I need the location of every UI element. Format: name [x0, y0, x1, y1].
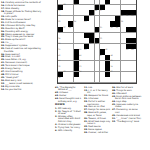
grid-cell[interactable]: [63, 16, 68, 21]
grid-cell[interactable]: [131, 77, 136, 82]
clue-number: 36.: [1, 53, 5, 55]
grid-cell[interactable]: [84, 27, 89, 32]
clue-number: 64.: [55, 97, 59, 99]
grid-cell[interactable]: [84, 38, 89, 43]
cell-number: 58: [58, 77, 60, 79]
clue-item: 45. Japanese motorcycle maker: [112, 103, 142, 108]
grid-cell[interactable]: [121, 61, 126, 66]
cell-number: 20: [121, 15, 123, 17]
cell-number: 41: [84, 49, 86, 51]
grid-cell[interactable]: [63, 77, 68, 82]
grid-cell[interactable]: [95, 0, 100, 4]
grid-cell[interactable]: [95, 21, 100, 26]
grid-cell[interactable]: 44: [131, 49, 136, 54]
grid-cell[interactable]: 38: [95, 44, 100, 49]
cell-number: 15: [58, 10, 60, 12]
clue-number: 43.: [112, 95, 116, 97]
clue-item: 4. Children's storybooks: [55, 123, 82, 125]
cell-number: 25: [84, 21, 86, 23]
grid-cell[interactable]: [105, 77, 110, 82]
cell-number: 19: [90, 15, 92, 17]
clue-number: 35.: [1, 47, 5, 49]
clue-number: 42.: [1, 64, 5, 66]
cell-number: 38: [95, 43, 97, 45]
grid-cell[interactable]: [84, 5, 89, 10]
grid-cell[interactable]: [89, 27, 94, 32]
grid-cell[interactable]: [63, 61, 68, 66]
cell-number: 40: [79, 49, 81, 51]
grid-cell[interactable]: [121, 66, 126, 71]
clue-number: 28.: [1, 33, 5, 35]
clue-item: 6. With intensity: [55, 129, 82, 131]
grid-cell[interactable]: 33: [95, 33, 100, 38]
grid-cell[interactable]: 7: [110, 0, 115, 4]
clue-number: 34.: [1, 44, 5, 46]
grid-cell[interactable]: [115, 55, 120, 60]
grid-cell[interactable]: 8: [115, 0, 120, 4]
grid-cell[interactable]: [121, 33, 126, 38]
across-clues-end: 61. "The Wonderful Wizard of ___"62. Vir…: [55, 86, 82, 102]
clue-number: 54.: [1, 88, 5, 90]
black-square: [131, 27, 136, 32]
grid-cell[interactable]: 26: [121, 21, 126, 26]
grid-cell[interactable]: [68, 16, 73, 21]
grid-cell[interactable]: [95, 72, 100, 77]
grid-cell[interactable]: [79, 10, 84, 15]
clue-number: 31.: [1, 38, 5, 40]
grid-cell[interactable]: [89, 49, 94, 54]
cell-number: 12: [63, 4, 65, 6]
grid-cell[interactable]: [79, 38, 84, 43]
grid-cell[interactable]: [63, 10, 68, 15]
clue-number: 30.: [84, 117, 88, 119]
grid-cell[interactable]: [110, 38, 115, 43]
grid-cell[interactable]: [105, 10, 110, 15]
grid-cell[interactable]: [63, 38, 68, 43]
grid-cell[interactable]: [95, 66, 100, 71]
grid-cell[interactable]: [126, 66, 131, 71]
clue-item: 12. I, V, or X for Henry VIII: [84, 89, 111, 94]
grid-cell[interactable]: [68, 33, 73, 38]
grid-cell[interactable]: [84, 61, 89, 66]
grid-cell[interactable]: 35: [100, 38, 105, 43]
cell-number: 23: [58, 21, 60, 23]
cell-number: 30: [110, 27, 112, 29]
grid-cell[interactable]: [110, 16, 115, 21]
clue-number: 5.: [55, 126, 57, 128]
grid-cell[interactable]: [89, 5, 94, 10]
grid-cell[interactable]: 24: [74, 21, 79, 26]
clue-number: 23.: [84, 100, 88, 102]
clue-number: 16.: [1, 4, 5, 6]
grid-cell[interactable]: 6: [89, 0, 94, 4]
grid-cell[interactable]: 57: [110, 72, 115, 77]
clue-item: 2. Ms. Tequila of "A Shot at Love": [55, 110, 82, 115]
cell-number: 49: [58, 60, 60, 62]
cell-number: 35: [100, 38, 102, 40]
grid-cell[interactable]: [68, 10, 73, 15]
cell-number: 29: [100, 27, 102, 29]
clue-number: 25.: [1, 27, 5, 29]
crossword-grid: 1234567891011121314151617181920212223242…: [57, 0, 137, 84]
cell-number: 31: [116, 27, 118, 29]
cell-number: 36: [58, 43, 60, 45]
grid-cell[interactable]: [126, 55, 131, 60]
grid-cell[interactable]: [68, 44, 73, 49]
cell-number: 52: [58, 66, 60, 68]
grid-cell[interactable]: 11: [131, 0, 136, 4]
cell-number: 22: [131, 15, 133, 17]
cell-number: 21: [126, 15, 128, 17]
grid-cell[interactable]: [100, 77, 105, 82]
clue-item: 64. Send thoughts and a birthday wish, e…: [55, 97, 82, 102]
cell-number: 57: [110, 71, 112, 73]
clue-number: 44.: [112, 100, 116, 102]
grid-cell[interactable]: [115, 38, 120, 43]
grid-cell[interactable]: [95, 77, 100, 82]
grid-cell[interactable]: [68, 66, 73, 71]
down-section-header: DOWN: [55, 103, 82, 106]
clue-number: 49.: [112, 114, 116, 116]
clue-number: 45.: [112, 103, 116, 105]
cell-number: 54: [110, 66, 112, 68]
grid-cell[interactable]: [115, 61, 120, 66]
clue-number: 32.: [84, 125, 88, 127]
grid-cell[interactable]: 58: [58, 77, 63, 82]
clue-number: 27.: [84, 108, 88, 110]
clue-number: 38.: [1, 55, 5, 57]
grid-cell[interactable]: [89, 72, 94, 77]
clue-number: 62.: [55, 91, 59, 93]
clue-number: 45.: [1, 67, 5, 69]
clue-item: 3. Whiskey often associated with Saint P…: [55, 115, 82, 122]
grid-cell[interactable]: [121, 49, 126, 54]
clue-number: 1.: [55, 107, 57, 109]
clue-item: 23. Part of a leather mechanism: [84, 100, 111, 105]
grid-cell[interactable]: [89, 21, 94, 26]
grid-cell[interactable]: [110, 10, 115, 15]
cell-number: 28: [69, 27, 71, 29]
grid-cell[interactable]: [126, 21, 131, 26]
grid-cell[interactable]: [68, 55, 73, 60]
black-square: [105, 66, 110, 71]
cell-number: 56: [79, 71, 81, 73]
cell-number: 46: [79, 55, 81, 57]
clue-item: 14. Carefully examine the contents of: [1, 1, 43, 3]
grid-cell[interactable]: [74, 44, 79, 49]
grid-cell[interactable]: 19: [89, 16, 94, 21]
grid-cell[interactable]: [131, 72, 136, 77]
cell-number: 45: [58, 55, 60, 57]
grid-cell[interactable]: [84, 10, 89, 15]
clue-number: 48.: [1, 73, 5, 75]
grid-cell[interactable]: [115, 77, 120, 82]
grid-cell[interactable]: [63, 44, 68, 49]
grid-cell[interactable]: 4: [79, 0, 84, 4]
grid-cell[interactable]: 42: [105, 49, 110, 54]
grid-cell[interactable]: [68, 49, 73, 54]
black-square: [115, 16, 120, 21]
clue-number: 31.: [84, 120, 88, 122]
grid-cell[interactable]: [68, 72, 73, 77]
grid-cell[interactable]: [74, 77, 79, 82]
grid-cell[interactable]: [121, 5, 126, 10]
grid-cell[interactable]: [131, 55, 136, 60]
grid-cell[interactable]: [126, 77, 131, 82]
clue-number: 41.: [1, 61, 5, 63]
grid-cell[interactable]: [131, 66, 136, 71]
cell-number: 51: [110, 60, 112, 62]
grid-cell[interactable]: [110, 77, 115, 82]
grid-cell[interactable]: [121, 38, 126, 43]
cell-number: 43: [126, 49, 128, 51]
clue-number: 63.: [55, 94, 59, 96]
cell-number: 16: [95, 10, 97, 12]
clue-number: 34.: [84, 131, 88, 133]
grid-cell[interactable]: [115, 10, 120, 15]
grid-cell[interactable]: 29: [100, 27, 105, 32]
grid-cell[interactable]: 10: [126, 0, 131, 4]
bottom-column-3: 36. Was full of work38. Things to learn4…: [112, 86, 142, 122]
grid-cell[interactable]: [84, 72, 89, 77]
clue-number: 6.: [55, 129, 57, 131]
cell-number: 50: [79, 60, 81, 62]
cell-number: 39: [58, 49, 60, 51]
grid-cell[interactable]: 22: [131, 16, 136, 21]
clue-number: 4.: [55, 123, 57, 125]
clue-number: 21.: [84, 97, 88, 99]
clue-number: 23.: [1, 24, 5, 26]
grid-cell[interactable]: [79, 16, 84, 21]
grid-cell[interactable]: [79, 33, 84, 38]
grid-cell[interactable]: [89, 55, 94, 60]
clue-number: 61.: [55, 86, 59, 88]
grid-cell[interactable]: 12: [63, 5, 68, 10]
grid-cell[interactable]: [105, 27, 110, 32]
cell-number: 37: [90, 43, 92, 45]
clue-number: 51.: [112, 117, 116, 119]
grid-cell[interactable]: [79, 77, 84, 82]
grid-cell[interactable]: [115, 72, 120, 77]
grid-cell[interactable]: 9: [121, 0, 126, 4]
grid-cell[interactable]: [79, 27, 84, 32]
clue-item: 28. Word with yellow, rope, or Texas: [84, 111, 111, 116]
grid-cell[interactable]: 43: [126, 49, 131, 54]
grid-cell[interactable]: [105, 33, 110, 38]
grid-cell[interactable]: [131, 21, 136, 26]
grid-cell[interactable]: 56: [79, 72, 84, 77]
grid-cell[interactable]: 14: [105, 5, 110, 10]
grid-cell[interactable]: [63, 49, 68, 54]
cell-number: 48: [110, 55, 112, 57]
clue-number: 39.: [1, 58, 5, 60]
black-square: [105, 72, 110, 77]
grid-cell[interactable]: [84, 66, 89, 71]
cell-number: 44: [131, 49, 133, 51]
clue-number: 36.: [112, 86, 116, 88]
black-square: [126, 27, 131, 32]
grid-cell[interactable]: 28: [68, 27, 73, 32]
grid-cell[interactable]: [131, 33, 136, 38]
grid-cell[interactable]: [110, 44, 115, 49]
clue-number: 14.: [1, 1, 5, 3]
grid-cell[interactable]: 13: [74, 5, 79, 10]
grid-cell[interactable]: [74, 10, 79, 15]
grid-cell[interactable]: [100, 61, 105, 66]
grid-cell[interactable]: [63, 55, 68, 60]
grid-cell[interactable]: [121, 72, 126, 77]
grid-cell[interactable]: [84, 55, 89, 60]
cell-number: 55: [63, 71, 65, 73]
grid-cell[interactable]: 55: [63, 72, 68, 77]
clue-item: 31. What food slogs may come in: [84, 120, 111, 125]
grid-cell[interactable]: [126, 5, 131, 10]
clue-item: 43. Small distance between Sarah Palin a…: [112, 95, 142, 100]
grid-cell[interactable]: [100, 66, 105, 71]
grid-cell[interactable]: [105, 38, 110, 43]
grid-cell[interactable]: [100, 0, 105, 4]
grid-cell[interactable]: [95, 49, 100, 54]
grid-cell[interactable]: [84, 77, 89, 82]
black-square: [74, 55, 79, 60]
clue-number: 24.: [84, 105, 88, 107]
clue-item: 34. Cleaner, not dirtier: [84, 131, 111, 133]
grid-cell[interactable]: [95, 16, 100, 21]
grid-cell[interactable]: [79, 21, 84, 26]
clue-item: 5. Trying task, for many: [55, 126, 82, 128]
down-clues-start: 1. ZIP code org.2. Ms. Tequila of "A Sho…: [55, 107, 82, 131]
grid-cell[interactable]: [89, 61, 94, 66]
grid-cell[interactable]: [68, 38, 73, 43]
grid-cell[interactable]: [95, 55, 100, 60]
cell-number: 33: [95, 32, 97, 34]
grid-cell[interactable]: 37: [89, 44, 94, 49]
grid-cell[interactable]: [115, 5, 120, 10]
cell-number: 47: [100, 55, 102, 57]
cell-number: 17: [100, 10, 102, 12]
cell-number: 14: [105, 4, 107, 6]
grid-cell[interactable]: [100, 72, 105, 77]
grid-cell[interactable]: [110, 5, 115, 10]
grid-cell[interactable]: [68, 77, 73, 82]
grid-cell[interactable]: [105, 16, 110, 21]
grid-cell[interactable]: [100, 16, 105, 21]
grid-cell[interactable]: [115, 66, 120, 71]
clue-number: 28.: [84, 111, 88, 113]
clue-number: 49.: [1, 76, 5, 78]
grid-cell[interactable]: 23: [58, 21, 63, 26]
black-square: [126, 38, 131, 43]
grid-cell[interactable]: 5: [84, 0, 89, 4]
grid-cell[interactable]: [131, 5, 136, 10]
clue-number: 53.: [1, 85, 5, 87]
grid-cell[interactable]: 3: [68, 0, 73, 4]
grid-cell[interactable]: [126, 61, 131, 66]
grid-cell[interactable]: [95, 61, 100, 66]
grid-cell[interactable]: [74, 38, 79, 43]
clue-number: 47.: [112, 108, 116, 110]
grid-cell[interactable]: [121, 55, 126, 60]
cell-number: 27: [63, 27, 65, 29]
grid-cell[interactable]: 21: [126, 16, 131, 21]
clue-item: 52. "The Beginning" band: [112, 120, 142, 122]
grid-cell[interactable]: [115, 44, 120, 49]
grid-cell[interactable]: [131, 61, 136, 66]
grid-cell[interactable]: [79, 5, 84, 10]
bottom-column-1: 61. "The Wonderful Wizard of ___"62. Vir…: [55, 86, 82, 132]
clue-number: 15.: [84, 94, 88, 96]
cell-number: 18: [58, 15, 60, 17]
grid-cell[interactable]: 31: [115, 27, 120, 32]
grid-cell[interactable]: [121, 77, 126, 82]
bottom-column-2: 11. Lab12. I, V, or X for Henry VIII15. …: [84, 86, 111, 134]
clue-item: 61. "The Wonderful Wizard of ___": [55, 86, 82, 91]
clue-number: 29.: [1, 35, 5, 37]
clue-number: 33.: [1, 41, 5, 43]
clue-item: 51. "___ Alive!" (horror film): [112, 117, 142, 119]
grid-cell[interactable]: [68, 5, 73, 10]
cell-number: 13: [74, 4, 76, 6]
grid-cell[interactable]: [74, 27, 79, 32]
grid-cell[interactable]: 27: [63, 27, 68, 32]
grid-cell[interactable]: 41: [84, 49, 89, 54]
cell-number: 34: [58, 38, 60, 40]
grid-cell[interactable]: [105, 21, 110, 26]
cell-number: 42: [105, 49, 107, 51]
grid-cell[interactable]: [63, 33, 68, 38]
clue-item: 35. Field of medicine not regulated by t…: [1, 47, 43, 52]
grid-cell[interactable]: 16: [95, 10, 100, 15]
grid-cell[interactable]: 47: [100, 55, 105, 60]
grid-cell[interactable]: [89, 77, 94, 82]
black-square: [74, 72, 79, 77]
clue-item: 49. Condensed-milk brand: [112, 114, 142, 116]
clue-number: 3.: [55, 115, 57, 117]
grid-cell[interactable]: [121, 44, 126, 49]
clue-number: 11.: [84, 86, 88, 88]
clue-number: 33.: [84, 128, 88, 130]
grid-cell[interactable]: [74, 33, 79, 38]
grid-cell[interactable]: [115, 49, 120, 54]
grid-cell[interactable]: [89, 66, 94, 71]
clue-number: 18.: [1, 10, 5, 12]
cell-number: 32: [58, 32, 60, 34]
grid-cell[interactable]: 1: [58, 0, 63, 4]
black-square: [105, 55, 110, 60]
grid-cell[interactable]: [121, 27, 126, 32]
clue-number: 12.: [84, 89, 88, 91]
clue-number: 50.: [1, 79, 5, 81]
grid-cell[interactable]: 17: [100, 10, 105, 15]
clue-number: 17.: [1, 7, 5, 9]
black-square: [89, 33, 94, 38]
grid-cell[interactable]: [126, 33, 131, 38]
grid-cell[interactable]: [115, 33, 120, 38]
grid-cell[interactable]: [100, 44, 105, 49]
clue-item: 47. Processing, as some mail: [112, 108, 142, 113]
grid-cell[interactable]: 25: [84, 21, 89, 26]
clue-number: 21.: [1, 21, 5, 23]
grid-cell[interactable]: 30: [110, 27, 115, 32]
grid-cell[interactable]: [126, 72, 131, 77]
clue-number: 40.: [112, 92, 116, 94]
grid-cell[interactable]: 52: [58, 66, 63, 71]
grid-cell[interactable]: [110, 33, 115, 38]
grid-cell[interactable]: [68, 61, 73, 66]
clue-number: 47.: [1, 70, 5, 72]
clue-number: 38.: [112, 89, 116, 91]
clue-number: 2.: [55, 110, 57, 112]
